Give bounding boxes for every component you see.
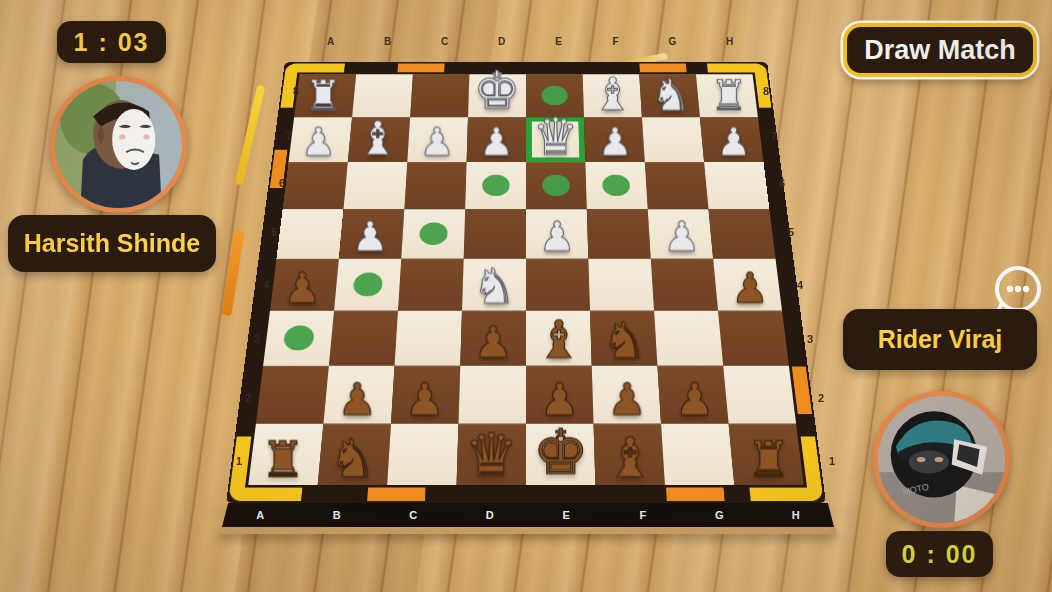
file-label-C: C	[416, 36, 473, 47]
file-label-F: F	[587, 36, 644, 47]
piece-black-pawn-c2[interactable]: ♟	[391, 380, 458, 422]
piece-white-queen-e7[interactable]: ♛	[526, 112, 585, 160]
rank-label-left-6: 6	[279, 177, 285, 189]
file-label-E: E	[530, 36, 587, 47]
square-d8[interactable]: ♚	[468, 74, 526, 117]
move-dot-c5[interactable]	[419, 222, 448, 245]
move-dot-e8[interactable]	[541, 86, 567, 106]
square-a2[interactable]	[256, 366, 329, 424]
piece-white-knight-d4[interactable]: ♞	[462, 263, 526, 309]
player-name-plate: Rider Viraj	[843, 309, 1037, 370]
file-labels-top: ABCDEFGH	[302, 36, 758, 47]
square-e5[interactable]: ♟	[526, 209, 588, 259]
move-dot-f6[interactable]	[602, 175, 630, 197]
player-timer-text: 0 : 00	[902, 540, 978, 569]
square-c5[interactable]	[401, 209, 465, 259]
piece-white-rook-a8[interactable]: ♜	[294, 77, 352, 116]
rank-label-right-1: 1	[829, 455, 835, 467]
piece-white-pawn-a7[interactable]: ♟	[289, 124, 348, 161]
piece-black-knight-f3[interactable]: ♞	[592, 317, 658, 364]
file-label-D: D	[473, 36, 530, 47]
square-g5[interactable]: ♟	[648, 209, 713, 259]
file-label-C: C	[375, 503, 452, 527]
piece-black-pawn-d3[interactable]: ♟	[460, 323, 526, 364]
file-label-G: G	[644, 36, 701, 47]
piece-black-rook-a1[interactable]: ♜	[248, 436, 317, 483]
square-a1[interactable]: ♜	[248, 424, 323, 485]
square-h8[interactable]: ♜	[696, 74, 758, 117]
rank-label-right-6: 6	[779, 177, 785, 189]
square-c3[interactable]	[395, 311, 462, 366]
board-front-base	[220, 527, 836, 534]
square-g7[interactable]	[642, 117, 704, 162]
board-frame: ♜♚♝♞♜♟♝♟♟♛♟♟♟♟♟♟♞♟♟♝♞♟♟♟♟♟♜♞♛♚♝♜	[226, 62, 826, 503]
square-h3[interactable]	[718, 311, 789, 366]
square-b4[interactable]	[334, 259, 401, 311]
opponent-name: Harsith Shinde	[24, 229, 200, 258]
piece-black-knight-b1[interactable]: ♞	[318, 433, 387, 483]
opponent-timer-text: 1 : 03	[74, 28, 150, 57]
square-b5[interactable]: ♟	[339, 209, 404, 259]
square-f7[interactable]: ♟	[584, 117, 645, 162]
square-h1[interactable]: ♜	[729, 424, 804, 485]
square-b8[interactable]	[352, 74, 413, 117]
player-avatar: MOTO	[873, 391, 1010, 528]
file-label-B: B	[359, 36, 416, 47]
square-e1[interactable]: ♚	[526, 424, 595, 485]
square-c8[interactable]	[410, 74, 469, 117]
opponent-avatar-image	[55, 81, 182, 208]
square-h5[interactable]	[709, 209, 776, 259]
piece-white-pawn-e5[interactable]: ♟	[526, 218, 588, 257]
piece-black-pawn-a4[interactable]: ♟	[270, 269, 334, 309]
piece-black-bishop-f1[interactable]: ♝	[595, 431, 664, 483]
rank-label-right-7: 7	[771, 130, 777, 142]
square-h6[interactable]	[704, 162, 769, 209]
piece-black-pawn-g2[interactable]: ♟	[661, 380, 728, 422]
file-label-F: F	[605, 503, 682, 527]
piece-white-pawn-d7[interactable]: ♟	[467, 124, 526, 161]
square-b2[interactable]: ♟	[323, 366, 394, 424]
file-label-G: G	[681, 503, 758, 527]
pencil-decoration	[221, 230, 244, 317]
square-g3[interactable]	[654, 311, 723, 366]
square-c2[interactable]: ♟	[391, 366, 460, 424]
square-f2[interactable]: ♟	[592, 366, 661, 424]
piece-white-pawn-h7[interactable]: ♟	[704, 124, 763, 161]
player-avatar-image: MOTO	[878, 396, 1005, 523]
square-e4[interactable]	[526, 259, 590, 311]
board-squares: ♜♚♝♞♜♟♝♟♟♛♟♟♟♟♟♟♞♟♟♝♞♟♟♟♟♟♜♞♛♚♝♜	[248, 74, 803, 485]
rank-label-left-7: 7	[286, 130, 292, 142]
square-f4[interactable]	[588, 259, 654, 311]
piece-white-bishop-f8[interactable]: ♝	[584, 73, 642, 116]
square-f8[interactable]: ♝	[583, 74, 642, 117]
file-label-B: B	[299, 503, 376, 527]
piece-white-pawn-f7[interactable]: ♟	[585, 124, 644, 161]
piece-white-knight-g8[interactable]: ♞	[642, 74, 700, 116]
square-d1[interactable]: ♛	[457, 424, 526, 485]
game-screen: { "game": "chess", "hud": { "opponent_ti…	[0, 0, 1052, 592]
square-b3[interactable]	[329, 311, 398, 366]
rank-label-left-2: 2	[245, 392, 251, 404]
square-h4[interactable]: ♟	[713, 259, 782, 311]
piece-black-pawn-b2[interactable]: ♟	[324, 380, 391, 422]
square-d4[interactable]: ♞	[462, 259, 526, 311]
square-e6[interactable]	[526, 162, 587, 209]
square-e7[interactable]: ♛	[526, 117, 585, 162]
player-name: Rider Viraj	[878, 325, 1003, 354]
draw-match-label: Draw Match	[864, 35, 1016, 66]
rank-label-left-3: 3	[254, 333, 260, 345]
square-c6[interactable]	[404, 162, 466, 209]
square-e3[interactable]: ♝	[526, 311, 592, 366]
file-label-A: A	[302, 36, 359, 47]
file-label-E: E	[528, 503, 605, 527]
square-c7[interactable]: ♟	[407, 117, 468, 162]
square-a7[interactable]: ♟	[289, 117, 353, 162]
square-e2[interactable]: ♟	[526, 366, 594, 424]
piece-black-king-e1[interactable]: ♚	[526, 424, 595, 483]
square-b6[interactable]	[343, 162, 407, 209]
square-d7[interactable]: ♟	[467, 117, 526, 162]
piece-white-king-d8[interactable]: ♚	[468, 66, 526, 116]
move-dot-a3[interactable]	[283, 325, 315, 350]
square-g6[interactable]	[645, 162, 709, 209]
rank-label-left-1: 1	[236, 455, 242, 467]
square-c4[interactable]	[398, 259, 464, 311]
square-c1[interactable]	[387, 424, 458, 485]
rank-label-left-5: 5	[271, 226, 277, 238]
square-g1[interactable]	[661, 424, 734, 485]
piece-black-queen-d1[interactable]: ♛	[457, 427, 526, 483]
move-dot-d6[interactable]	[482, 175, 510, 197]
square-g8[interactable]: ♞	[639, 74, 700, 117]
square-d6[interactable]	[465, 162, 526, 209]
piece-white-pawn-b5[interactable]: ♟	[339, 218, 401, 257]
file-label-H: H	[701, 36, 758, 47]
piece-black-pawn-h4[interactable]: ♟	[718, 269, 782, 309]
square-f6[interactable]	[585, 162, 647, 209]
piece-white-pawn-c7[interactable]: ♟	[407, 124, 466, 161]
piece-black-pawn-f2[interactable]: ♟	[593, 380, 660, 422]
frame-accent-tab	[792, 367, 812, 415]
frame-accent-tab	[367, 488, 426, 502]
square-h2[interactable]	[723, 366, 796, 424]
piece-black-rook-h1[interactable]: ♜	[734, 436, 803, 483]
rank-label-right-4: 4	[797, 279, 803, 291]
square-d5[interactable]	[464, 209, 526, 259]
piece-white-rook-h8[interactable]: ♜	[700, 77, 758, 116]
pencil-decoration	[235, 84, 266, 185]
move-dot-e6[interactable]	[542, 175, 570, 197]
piece-black-bishop-e3[interactable]: ♝	[526, 315, 592, 364]
piece-black-pawn-e2[interactable]: ♟	[526, 380, 593, 422]
rank-label-left-8: 8	[293, 85, 299, 97]
rank-label-right-2: 2	[818, 392, 824, 404]
piece-white-bishop-b7[interactable]: ♝	[348, 116, 407, 160]
frame-accent-tab	[397, 64, 444, 73]
square-d2[interactable]	[458, 366, 526, 424]
piece-white-pawn-g5[interactable]: ♟	[651, 218, 713, 257]
frame-accent-tab	[666, 488, 725, 502]
player-timer: 0 : 00	[886, 531, 993, 577]
chess-board: ♜♚♝♞♜♟♝♟♟♛♟♟♟♟♟♟♞♟♟♝♞♟♟♟♟♟♜♞♛♚♝♜	[226, 62, 826, 503]
opponent-name-plate: Harsith Shinde	[8, 215, 216, 272]
opponent-timer: 1 : 03	[57, 21, 166, 63]
square-g2[interactable]: ♟	[657, 366, 728, 424]
square-a4[interactable]: ♟	[270, 259, 339, 311]
move-dot-b4[interactable]	[353, 273, 384, 297]
square-a5[interactable]	[276, 209, 343, 259]
file-label-H: H	[758, 503, 835, 527]
square-f3[interactable]: ♞	[590, 311, 657, 366]
draw-match-button[interactable]: Draw Match	[843, 23, 1037, 77]
rank-label-right-8: 8	[763, 85, 769, 97]
square-b7[interactable]: ♝	[348, 117, 410, 162]
square-f1[interactable]: ♝	[594, 424, 665, 485]
square-a6[interactable]	[283, 162, 348, 209]
file-label-D: D	[452, 503, 529, 527]
square-b1[interactable]: ♞	[318, 424, 391, 485]
square-a8[interactable]: ♜	[294, 74, 356, 117]
square-h7[interactable]: ♟	[700, 117, 764, 162]
square-f5[interactable]	[587, 209, 651, 259]
rank-label-left-4: 4	[263, 279, 269, 291]
rank-label-right-3: 3	[807, 333, 813, 345]
rank-label-right-5: 5	[788, 226, 794, 238]
opponent-avatar	[50, 76, 187, 213]
file-label-A: A	[222, 503, 299, 527]
square-g4[interactable]	[651, 259, 718, 311]
square-a3[interactable]	[263, 311, 334, 366]
square-d3[interactable]: ♟	[460, 311, 526, 366]
file-labels-bottom: ABCDEFGH	[222, 503, 834, 527]
